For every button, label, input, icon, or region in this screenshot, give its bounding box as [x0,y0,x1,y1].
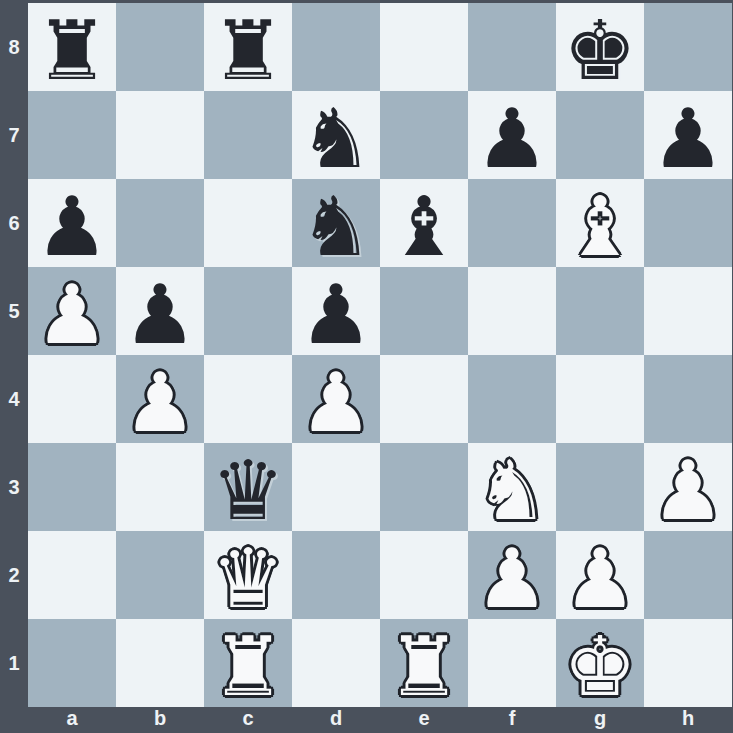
piece-white-king-g1[interactable]: ♚ [563,626,637,707]
square-b2[interactable] [116,531,204,619]
file-label-g: g [556,707,644,733]
rank-label-1: 1 [0,619,28,707]
square-d1[interactable] [292,619,380,707]
square-e1[interactable]: ♜ [380,619,468,707]
square-h7[interactable]: ♟ [644,91,732,179]
rank-label-5: 5 [0,267,28,355]
square-g3[interactable] [556,443,644,531]
piece-black-rook-c8[interactable]: ♜ [211,10,285,91]
square-h3[interactable]: ♟ [644,443,732,531]
square-h6[interactable] [644,179,732,267]
square-d7[interactable]: ♞ [292,91,380,179]
piece-black-pawn-h7[interactable]: ♟ [651,98,725,179]
square-c3[interactable]: ♛ [204,443,292,531]
file-labels: abcdefgh [28,707,732,733]
square-f3[interactable]: ♞ [468,443,556,531]
square-c6[interactable] [204,179,292,267]
piece-white-rook-e1[interactable]: ♜ [387,626,461,707]
square-b1[interactable] [116,619,204,707]
piece-white-queen-c2[interactable]: ♛ [211,538,285,619]
square-e2[interactable] [380,531,468,619]
square-f1[interactable] [468,619,556,707]
piece-white-pawn-a5[interactable]: ♟ [35,274,109,355]
piece-black-pawn-b5[interactable]: ♟ [123,274,197,355]
square-h8[interactable] [644,3,732,91]
piece-white-rook-c1[interactable]: ♜ [211,626,285,707]
square-d3[interactable] [292,443,380,531]
file-label-b: b [116,707,204,733]
square-a5[interactable]: ♟ [28,267,116,355]
square-g6[interactable]: ♝ [556,179,644,267]
square-c8[interactable]: ♜ [204,3,292,91]
rank-label-4: 4 [0,355,28,443]
square-g5[interactable] [556,267,644,355]
piece-black-rook-a8[interactable]: ♜ [35,10,109,91]
square-e6[interactable]: ♝ [380,179,468,267]
square-g4[interactable] [556,355,644,443]
square-e3[interactable] [380,443,468,531]
square-b8[interactable] [116,3,204,91]
square-f8[interactable] [468,3,556,91]
square-f4[interactable] [468,355,556,443]
rank-label-8: 8 [0,3,28,91]
square-a3[interactable] [28,443,116,531]
square-g7[interactable] [556,91,644,179]
file-label-c: c [204,707,292,733]
piece-white-pawn-g2[interactable]: ♟ [563,538,637,619]
file-label-e: e [380,707,468,733]
square-e4[interactable] [380,355,468,443]
piece-black-queen-c3[interactable]: ♛ [211,450,285,531]
square-e7[interactable] [380,91,468,179]
square-a8[interactable]: ♜ [28,3,116,91]
square-f7[interactable]: ♟ [468,91,556,179]
piece-black-pawn-f7[interactable]: ♟ [475,98,549,179]
square-a7[interactable] [28,91,116,179]
square-c4[interactable] [204,355,292,443]
square-g1[interactable]: ♚ [556,619,644,707]
file-label-a: a [28,707,116,733]
square-g2[interactable]: ♟ [556,531,644,619]
square-c2[interactable]: ♛ [204,531,292,619]
square-a6[interactable]: ♟ [28,179,116,267]
file-label-h: h [644,707,732,733]
piece-white-pawn-b4[interactable]: ♟ [123,362,197,443]
square-h2[interactable] [644,531,732,619]
square-b7[interactable] [116,91,204,179]
square-d5[interactable]: ♟ [292,267,380,355]
square-e8[interactable] [380,3,468,91]
piece-black-knight-d6[interactable]: ♞ [299,186,373,267]
square-b6[interactable] [116,179,204,267]
square-f6[interactable] [468,179,556,267]
file-label-f: f [468,707,556,733]
file-label-d: d [292,707,380,733]
square-h5[interactable] [644,267,732,355]
rank-label-6: 6 [0,179,28,267]
square-d2[interactable] [292,531,380,619]
square-b3[interactable] [116,443,204,531]
chess-board: ♜♜♚♞♟♟♟♞♝♝♟♟♟♟♟♛♞♟♛♟♟♜♜♚ [28,3,732,707]
square-a1[interactable] [28,619,116,707]
square-g8[interactable]: ♚ [556,3,644,91]
piece-black-pawn-d5[interactable]: ♟ [299,274,373,355]
piece-white-pawn-d4[interactable]: ♟ [299,362,373,443]
square-a2[interactable] [28,531,116,619]
square-e5[interactable] [380,267,468,355]
square-f5[interactable] [468,267,556,355]
piece-white-pawn-h3[interactable]: ♟ [651,450,725,531]
square-c7[interactable] [204,91,292,179]
square-h4[interactable] [644,355,732,443]
rank-label-7: 7 [0,91,28,179]
square-d8[interactable] [292,3,380,91]
square-b4[interactable]: ♟ [116,355,204,443]
rank-labels: 87654321 [0,3,28,707]
square-d4[interactable]: ♟ [292,355,380,443]
piece-black-bishop-e6[interactable]: ♝ [387,186,461,267]
piece-black-knight-d7[interactable]: ♞ [299,98,373,179]
square-a4[interactable] [28,355,116,443]
piece-black-pawn-a6[interactable]: ♟ [35,186,109,267]
square-f2[interactable]: ♟ [468,531,556,619]
board-frame: 87654321 ♜♜♚♞♟♟♟♞♝♝♟♟♟♟♟♛♞♟♛♟♟♜♜♚ abcdef… [0,0,733,733]
piece-white-bishop-g6[interactable]: ♝ [563,186,637,267]
square-b5[interactable]: ♟ [116,267,204,355]
piece-black-king-g8[interactable]: ♚ [563,10,637,91]
square-d6[interactable]: ♞ [292,179,380,267]
rank-label-2: 2 [0,531,28,619]
square-h1[interactable] [644,619,732,707]
rank-label-3: 3 [0,443,28,531]
square-c1[interactable]: ♜ [204,619,292,707]
square-c5[interactable] [204,267,292,355]
piece-white-knight-f3[interactable]: ♞ [475,450,549,531]
piece-white-pawn-f2[interactable]: ♟ [475,538,549,619]
